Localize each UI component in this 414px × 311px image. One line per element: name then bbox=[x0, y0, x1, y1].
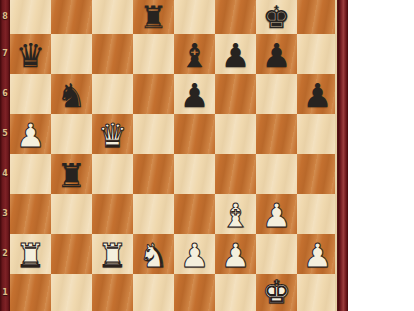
white-pawn[interactable]: ♟ bbox=[16, 119, 46, 152]
square-c5[interactable]: ♛ bbox=[92, 114, 133, 154]
square-a2[interactable]: ♜ bbox=[10, 234, 51, 274]
black-pawn[interactable]: ♟ bbox=[262, 39, 292, 72]
square-e4[interactable] bbox=[174, 154, 215, 194]
white-rook[interactable]: ♜ bbox=[98, 239, 128, 272]
board-right-border bbox=[335, 0, 348, 311]
black-rook[interactable]: ♜ bbox=[57, 159, 87, 192]
square-b6[interactable]: ♞ bbox=[51, 74, 92, 114]
square-h1[interactable] bbox=[297, 274, 338, 311]
white-knight[interactable]: ♞ bbox=[139, 239, 169, 272]
square-d5[interactable] bbox=[133, 114, 174, 154]
black-pawn[interactable]: ♟ bbox=[303, 79, 333, 112]
square-d3[interactable] bbox=[133, 194, 174, 234]
black-king[interactable]: ♚ bbox=[263, 2, 291, 33]
rank-label-8: 8 bbox=[0, 0, 10, 34]
rank-label-2: 2 bbox=[0, 234, 10, 274]
white-pawn[interactable]: ♟ bbox=[180, 239, 210, 272]
chess-diagram: 87654321 ♜♚♛♝♟♟♞♟♟♟♛♜♝♟♜♜♞♟♟♟♚ bbox=[0, 0, 414, 311]
square-a7[interactable]: ♛ bbox=[10, 34, 51, 74]
square-g6[interactable] bbox=[256, 74, 297, 114]
square-g4[interactable] bbox=[256, 154, 297, 194]
square-b7[interactable] bbox=[51, 34, 92, 74]
square-h5[interactable] bbox=[297, 114, 338, 154]
square-h2[interactable]: ♟ bbox=[297, 234, 338, 274]
square-b3[interactable] bbox=[51, 194, 92, 234]
square-d4[interactable] bbox=[133, 154, 174, 194]
square-f1[interactable] bbox=[215, 274, 256, 311]
white-bishop[interactable]: ♝ bbox=[221, 199, 251, 232]
square-d8[interactable]: ♜ bbox=[133, 0, 174, 34]
square-h7[interactable] bbox=[297, 34, 338, 74]
square-e3[interactable] bbox=[174, 194, 215, 234]
square-e8[interactable] bbox=[174, 0, 215, 34]
square-c1[interactable] bbox=[92, 274, 133, 311]
square-f2[interactable]: ♟ bbox=[215, 234, 256, 274]
page-margin bbox=[348, 0, 414, 311]
square-g7[interactable]: ♟ bbox=[256, 34, 297, 74]
square-b4[interactable]: ♜ bbox=[51, 154, 92, 194]
white-queen[interactable]: ♛ bbox=[98, 119, 128, 152]
square-g1[interactable]: ♚ bbox=[256, 274, 297, 311]
black-pawn[interactable]: ♟ bbox=[221, 39, 251, 72]
square-c8[interactable] bbox=[92, 0, 133, 34]
rank-label-4: 4 bbox=[0, 154, 10, 194]
square-c7[interactable] bbox=[92, 34, 133, 74]
rank-label-3: 3 bbox=[0, 194, 10, 234]
white-pawn[interactable]: ♟ bbox=[262, 199, 292, 232]
square-g2[interactable] bbox=[256, 234, 297, 274]
white-pawn[interactable]: ♟ bbox=[221, 239, 251, 272]
square-b2[interactable] bbox=[51, 234, 92, 274]
chess-board: ♜♚♛♝♟♟♞♟♟♟♛♜♝♟♜♜♞♟♟♟♚ bbox=[10, 0, 338, 311]
square-c6[interactable] bbox=[92, 74, 133, 114]
square-b8[interactable] bbox=[51, 0, 92, 34]
square-f5[interactable] bbox=[215, 114, 256, 154]
square-a8[interactable] bbox=[10, 0, 51, 34]
square-h4[interactable] bbox=[297, 154, 338, 194]
square-f7[interactable]: ♟ bbox=[215, 34, 256, 74]
square-d7[interactable] bbox=[133, 34, 174, 74]
square-g8[interactable]: ♚ bbox=[256, 0, 297, 34]
black-knight[interactable]: ♞ bbox=[57, 79, 87, 112]
square-a1[interactable] bbox=[10, 274, 51, 311]
black-pawn[interactable]: ♟ bbox=[180, 79, 210, 112]
square-e7[interactable]: ♝ bbox=[174, 34, 215, 74]
square-a5[interactable]: ♟ bbox=[10, 114, 51, 154]
rank-label-5: 5 bbox=[0, 114, 10, 154]
white-pawn[interactable]: ♟ bbox=[303, 239, 333, 272]
black-queen[interactable]: ♛ bbox=[16, 39, 46, 72]
square-f4[interactable] bbox=[215, 154, 256, 194]
square-d1[interactable] bbox=[133, 274, 174, 311]
black-rook[interactable]: ♜ bbox=[140, 2, 168, 33]
square-c4[interactable] bbox=[92, 154, 133, 194]
square-c2[interactable]: ♜ bbox=[92, 234, 133, 274]
square-h6[interactable]: ♟ bbox=[297, 74, 338, 114]
square-e1[interactable] bbox=[174, 274, 215, 311]
rank-label-7: 7 bbox=[0, 34, 10, 74]
square-h8[interactable] bbox=[297, 0, 338, 34]
square-a3[interactable] bbox=[10, 194, 51, 234]
square-e2[interactable]: ♟ bbox=[174, 234, 215, 274]
square-c3[interactable] bbox=[92, 194, 133, 234]
square-a4[interactable] bbox=[10, 154, 51, 194]
square-e5[interactable] bbox=[174, 114, 215, 154]
square-e6[interactable]: ♟ bbox=[174, 74, 215, 114]
square-f3[interactable]: ♝ bbox=[215, 194, 256, 234]
white-king[interactable]: ♚ bbox=[262, 276, 291, 308]
square-d2[interactable]: ♞ bbox=[133, 234, 174, 274]
white-rook[interactable]: ♜ bbox=[16, 239, 46, 272]
square-a6[interactable] bbox=[10, 74, 51, 114]
rank-label-6: 6 bbox=[0, 74, 10, 114]
square-g3[interactable]: ♟ bbox=[256, 194, 297, 234]
square-f6[interactable] bbox=[215, 74, 256, 114]
rank-label-1: 1 bbox=[0, 274, 10, 311]
rank-label-strip: 87654321 bbox=[0, 0, 10, 311]
square-b1[interactable] bbox=[51, 274, 92, 311]
square-f8[interactable] bbox=[215, 0, 256, 34]
square-h3[interactable] bbox=[297, 194, 338, 234]
square-b5[interactable] bbox=[51, 114, 92, 154]
square-g5[interactable] bbox=[256, 114, 297, 154]
black-bishop[interactable]: ♝ bbox=[180, 39, 210, 72]
square-d6[interactable] bbox=[133, 74, 174, 114]
